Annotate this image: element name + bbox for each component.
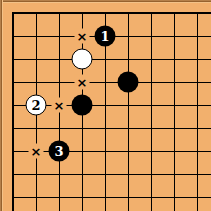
- white-stone-move-2: 2: [26, 95, 47, 116]
- board-frame-edge: [0, 1, 211, 2]
- vertical-grid-line: [12, 12, 14, 211]
- cross-mark: ×: [75, 29, 90, 44]
- cross-mark: ×: [75, 75, 90, 90]
- horizontal-grid-line: [12, 59, 211, 60]
- board-frame-edge: [0, 0, 211, 1]
- horizontal-grid-line: [12, 82, 211, 83]
- go-board-diagram: ××××123: [0, 0, 211, 211]
- vertical-grid-line: [151, 12, 152, 211]
- board-frame-edge: [0, 2, 211, 3]
- horizontal-grid-line: [12, 128, 211, 129]
- cross-mark: ×: [29, 144, 44, 159]
- board-frame-edge: [1, 0, 2, 211]
- board-frame-edge: [2, 0, 3, 211]
- board-frame-edge: [0, 0, 1, 211]
- white-stone: [72, 49, 93, 70]
- vertical-grid-line: [197, 12, 198, 211]
- black-stone-move-1: 1: [95, 26, 116, 47]
- horizontal-grid-line: [12, 197, 211, 198]
- vertical-grid-line: [128, 12, 129, 211]
- vertical-grid-line: [174, 12, 175, 211]
- black-stone: [118, 72, 139, 93]
- cross-mark: ×: [52, 98, 67, 113]
- black-stone: [72, 95, 93, 116]
- black-stone-move-3: 3: [49, 141, 70, 162]
- horizontal-grid-line: [12, 12, 211, 14]
- horizontal-grid-line: [12, 174, 211, 175]
